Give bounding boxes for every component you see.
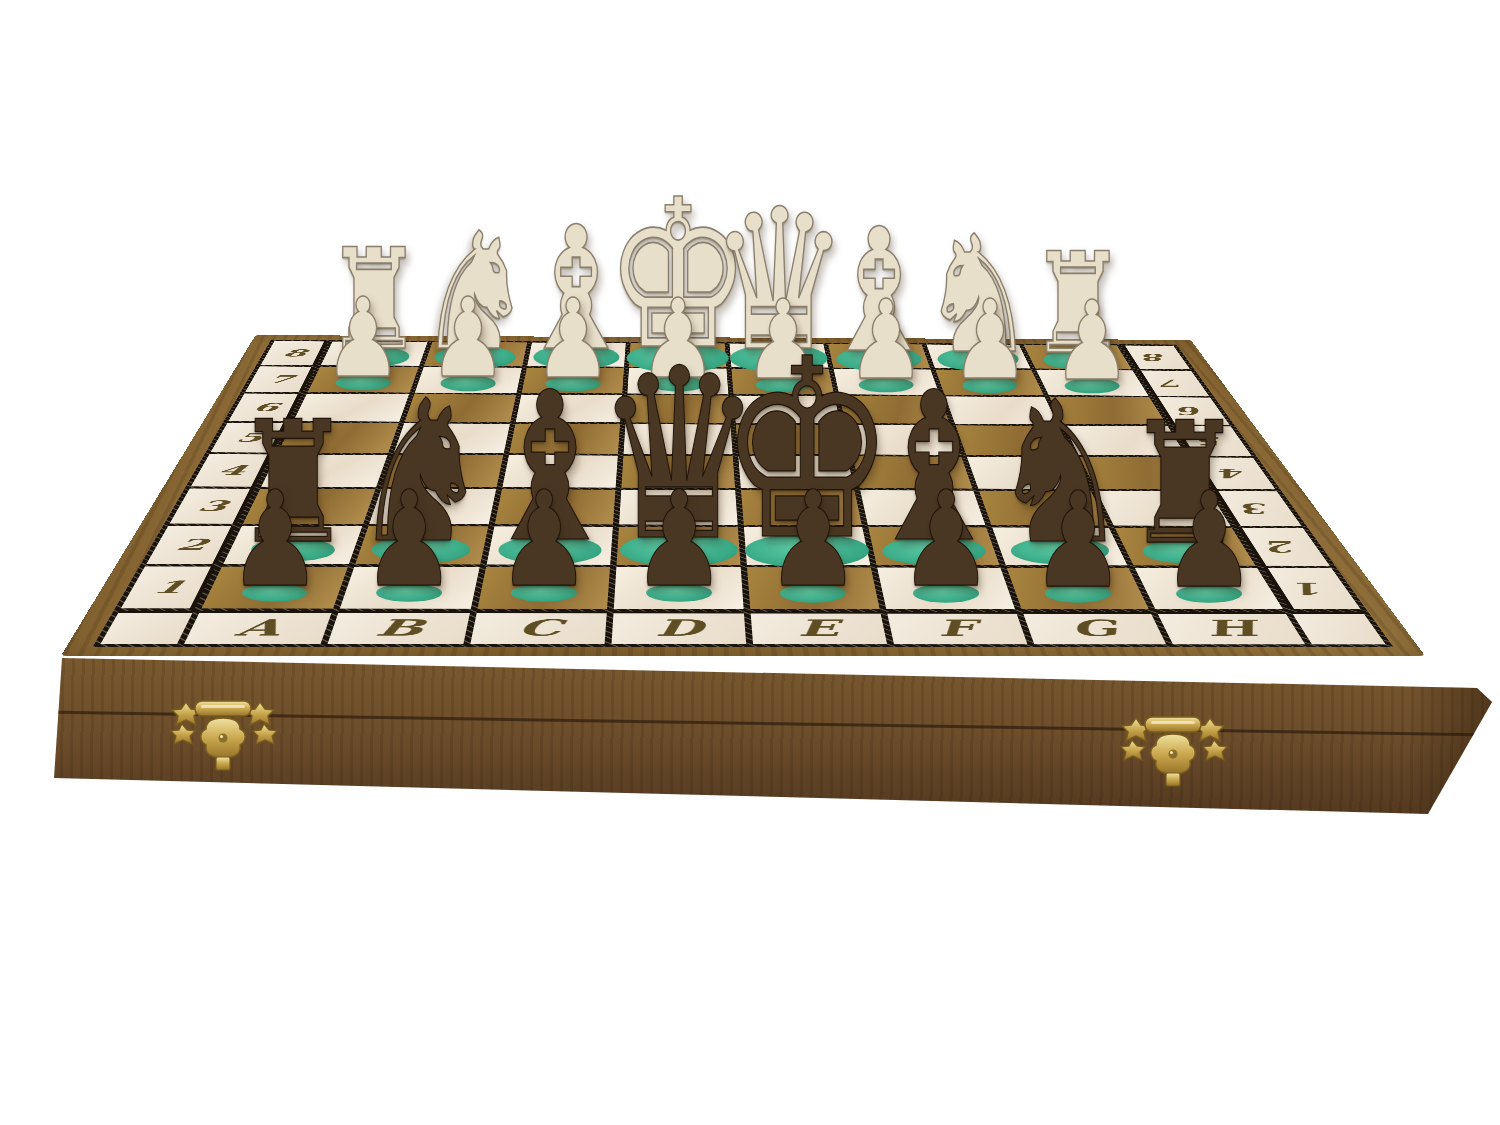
rank-label-left-8: 8 xyxy=(261,341,328,365)
square-b5 xyxy=(394,423,510,453)
rank-label-right-4-text: 4 xyxy=(1216,467,1250,480)
square-d1 xyxy=(614,567,744,609)
square-f5 xyxy=(846,425,960,455)
square-a8 xyxy=(321,342,427,366)
square-d2 xyxy=(617,527,741,565)
rank-label-right-6-text: 6 xyxy=(1176,405,1207,416)
rank-label-right-5: 5 xyxy=(1173,426,1252,456)
rank-label-left-7-text: 7 xyxy=(266,374,295,384)
square-b3 xyxy=(369,489,496,524)
rank-label-left-1: 1 xyxy=(121,566,216,608)
square-f6 xyxy=(839,396,949,424)
square-e5 xyxy=(736,425,847,455)
box-right-edge-shade xyxy=(1407,646,1497,822)
rank-label-right-2-text: 2 xyxy=(1264,539,1302,554)
square-g2 xyxy=(992,527,1128,565)
rank-label-right-3-text: 3 xyxy=(1239,501,1275,515)
square-d7 xyxy=(628,368,729,394)
chess-box-lid-top: 8877665544332211ABCDEFGH xyxy=(61,335,1425,656)
square-h8 xyxy=(1024,345,1132,369)
square-b8 xyxy=(424,342,527,366)
file-label-g-text: G xyxy=(1066,617,1121,639)
rank-label-left-8-text: 8 xyxy=(281,348,309,358)
square-d6 xyxy=(626,395,731,423)
square-f4 xyxy=(853,456,972,488)
rank-label-left-3-text: 3 xyxy=(195,499,230,513)
rank-label-left-7: 7 xyxy=(245,366,315,392)
square-c2 xyxy=(486,526,613,564)
brass-latch-left-icon xyxy=(168,694,278,774)
square-e4 xyxy=(738,456,853,488)
square-f1 xyxy=(877,568,1015,610)
square-h1 xyxy=(1135,568,1283,609)
square-f8 xyxy=(828,344,930,368)
file-label-b: B xyxy=(327,611,470,644)
rank-label-right-7-text: 7 xyxy=(1158,378,1188,388)
product-photo-scene: 8877665544332211ABCDEFGH ♜♞♝♚♛♝♞♜♟♟ xyxy=(0,0,1500,1125)
rank-label-right-1-text: 1 xyxy=(1291,580,1332,597)
square-e2 xyxy=(744,527,870,565)
file-label-g: G xyxy=(1022,612,1166,645)
file-label-e-text: E xyxy=(796,617,841,639)
square-b4 xyxy=(382,455,503,487)
square-c3 xyxy=(494,489,615,524)
square-f7 xyxy=(833,369,939,395)
brass-latch-right-icon xyxy=(1118,710,1228,790)
rank-label-left-6: 6 xyxy=(229,394,302,422)
rank-label-left-5-text: 5 xyxy=(233,431,265,443)
square-d5 xyxy=(624,424,733,454)
rank-label-right-5-text: 5 xyxy=(1195,435,1228,447)
square-g1 xyxy=(1006,568,1149,609)
corner-cell-left xyxy=(100,611,193,644)
rank-label-right-8: 8 xyxy=(1122,345,1190,369)
rank-label-left-4: 4 xyxy=(191,454,271,486)
rank-label-right-6: 6 xyxy=(1155,397,1230,424)
square-c8 xyxy=(527,343,626,367)
square-c7 xyxy=(521,368,624,394)
rank-label-left-6-text: 6 xyxy=(250,401,281,412)
corner-cell-right xyxy=(1291,612,1385,644)
square-f2 xyxy=(868,527,999,565)
square-c4 xyxy=(502,455,618,487)
rank-label-left-1-text: 1 xyxy=(149,579,189,596)
chess-board-3d-wrapper: 8877665544332211ABCDEFGH xyxy=(61,335,1425,656)
square-a6 xyxy=(293,394,408,422)
rank-label-right-4: 4 xyxy=(1193,457,1276,489)
square-g4 xyxy=(966,457,1090,489)
square-b2 xyxy=(355,526,488,564)
square-c1 xyxy=(477,567,610,609)
file-label-d-text: D xyxy=(655,617,703,639)
square-e6 xyxy=(734,396,840,424)
square-e8 xyxy=(730,344,829,368)
square-f3 xyxy=(860,490,985,525)
square-g6 xyxy=(945,396,1058,424)
rank-label-right-7: 7 xyxy=(1137,370,1209,395)
square-a7 xyxy=(308,367,419,393)
square-b7 xyxy=(415,367,522,393)
file-label-e: E xyxy=(751,612,887,645)
square-h7 xyxy=(1036,370,1148,396)
square-a4 xyxy=(261,454,387,486)
square-b6 xyxy=(405,394,516,422)
file-label-h-text: H xyxy=(1199,617,1262,639)
file-label-h: H xyxy=(1157,612,1305,645)
file-label-d: D xyxy=(612,611,746,644)
square-a3 xyxy=(243,489,375,524)
square-g8 xyxy=(926,344,1031,368)
square-d4 xyxy=(622,456,735,488)
square-a1 xyxy=(201,567,347,609)
square-b1 xyxy=(340,567,480,609)
square-d3 xyxy=(619,490,737,525)
square-h4 xyxy=(1080,457,1207,489)
square-c6 xyxy=(515,395,622,423)
square-h5 xyxy=(1064,426,1186,456)
file-label-c-text: C xyxy=(516,616,563,638)
rank-label-left-5: 5 xyxy=(211,423,288,453)
file-label-b-text: B xyxy=(373,616,426,639)
square-d8 xyxy=(629,343,726,367)
square-h6 xyxy=(1050,397,1167,425)
rank-label-left-4-text: 4 xyxy=(215,464,249,477)
square-h3 xyxy=(1097,491,1231,526)
square-e3 xyxy=(741,490,862,525)
rank-label-left-2: 2 xyxy=(146,526,235,564)
rank-label-left-3: 3 xyxy=(170,489,255,524)
square-e7 xyxy=(731,369,833,395)
file-label-c: C xyxy=(470,611,607,644)
rank-label-left-2-text: 2 xyxy=(173,537,210,553)
file-label-a: A xyxy=(184,611,332,644)
square-a5 xyxy=(278,423,399,453)
square-g3 xyxy=(979,491,1108,526)
file-label-f-text: F xyxy=(934,617,979,639)
file-label-f: F xyxy=(887,612,1027,645)
square-e1 xyxy=(747,567,879,609)
rank-label-right-8-text: 8 xyxy=(1141,352,1170,362)
square-h2 xyxy=(1115,528,1255,566)
square-c5 xyxy=(509,424,620,454)
board-grid: 8877665544332211ABCDEFGH xyxy=(93,340,1393,647)
square-a2 xyxy=(223,526,362,564)
file-label-a-text: A xyxy=(233,616,285,639)
square-g5 xyxy=(955,425,1073,455)
square-g7 xyxy=(935,370,1044,396)
